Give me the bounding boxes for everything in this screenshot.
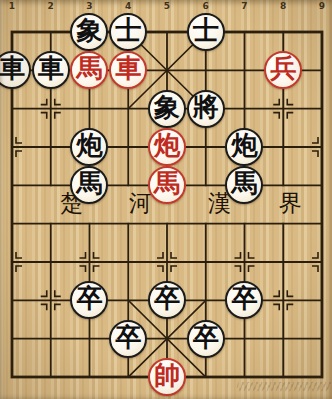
red-horse[interactable]: 馬 <box>148 166 186 204</box>
red-general[interactable]: 帥 <box>148 358 186 396</box>
file-coordinate: 4 <box>125 1 131 12</box>
piece-glyph: 卒 <box>115 325 141 351</box>
red-chariot[interactable]: 車 <box>109 51 147 89</box>
file-coordinate: 3 <box>86 1 92 12</box>
black-soldier[interactable]: 卒 <box>225 281 263 319</box>
black-elephant[interactable]: 象 <box>70 13 108 51</box>
black-horse[interactable]: 馬 <box>70 166 108 204</box>
black-horse[interactable]: 馬 <box>225 166 263 204</box>
black-elephant[interactable]: 象 <box>148 90 186 128</box>
piece-glyph: 炮 <box>231 133 257 159</box>
board-grid[interactable]: 象士士車車馬車兵象將炮炮炮馬馬馬卒卒卒卒卒帥 <box>0 13 332 396</box>
piece-glyph: 炮 <box>154 133 180 159</box>
piece-glyph: 卒 <box>231 286 257 312</box>
piece-glyph: 兵 <box>270 56 296 82</box>
red-cannon[interactable]: 炮 <box>148 128 186 166</box>
file-coordinate: 2 <box>48 1 54 12</box>
file-coordinate: 8 <box>280 1 286 12</box>
red-soldier[interactable]: 兵 <box>264 51 302 89</box>
piece-glyph: 帥 <box>154 363 180 389</box>
piece-glyph: 炮 <box>76 133 102 159</box>
piece-glyph: 馬 <box>76 56 102 82</box>
black-chariot[interactable]: 車 <box>32 51 70 89</box>
piece-glyph: 士 <box>193 18 219 44</box>
piece-glyph: 車 <box>0 56 25 82</box>
black-soldier[interactable]: 卒 <box>148 281 186 319</box>
watermark <box>236 382 332 391</box>
file-coordinate: 5 <box>164 1 170 12</box>
piece-glyph: 馬 <box>76 171 102 197</box>
black-advisor[interactable]: 士 <box>109 13 147 51</box>
piece-glyph: 將 <box>193 95 219 121</box>
black-cannon[interactable]: 炮 <box>225 128 263 166</box>
xiangqi-board: 123456789 楚 河 漢 界 象士士車車馬車兵象將炮炮炮馬馬馬卒卒卒卒卒帥 <box>0 0 332 399</box>
piece-glyph: 車 <box>38 56 64 82</box>
piece-glyph: 馬 <box>231 171 257 197</box>
piece-glyph: 士 <box>115 18 141 44</box>
piece-glyph: 馬 <box>154 171 180 197</box>
file-coordinate: 9 <box>319 1 325 12</box>
piece-glyph: 象 <box>154 95 180 121</box>
black-soldier[interactable]: 卒 <box>187 320 225 358</box>
black-advisor[interactable]: 士 <box>187 13 225 51</box>
black-chariot[interactable]: 車 <box>0 51 31 89</box>
red-horse[interactable]: 馬 <box>70 51 108 89</box>
black-cannon[interactable]: 炮 <box>70 128 108 166</box>
piece-glyph: 卒 <box>193 325 219 351</box>
black-general[interactable]: 將 <box>187 90 225 128</box>
piece-glyph: 象 <box>76 18 102 44</box>
black-soldier[interactable]: 卒 <box>70 281 108 319</box>
piece-glyph: 車 <box>115 56 141 82</box>
piece-glyph: 卒 <box>76 286 102 312</box>
file-coordinate: 1 <box>9 1 15 12</box>
black-soldier[interactable]: 卒 <box>109 320 147 358</box>
file-coordinate: 6 <box>203 1 209 12</box>
file-coordinate: 7 <box>241 1 247 12</box>
piece-glyph: 卒 <box>154 286 180 312</box>
